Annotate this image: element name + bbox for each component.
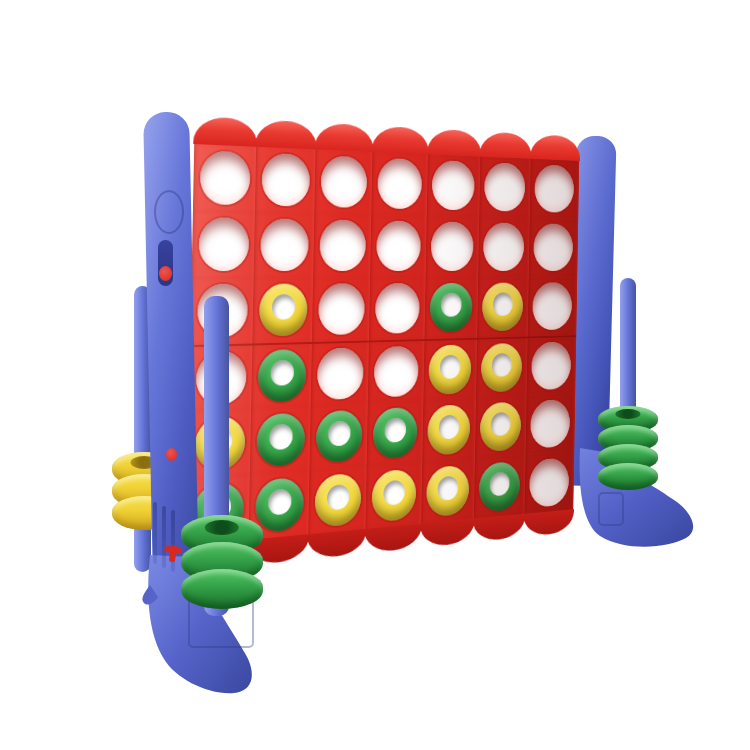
board-edge-bump xyxy=(315,123,374,152)
empty-hole xyxy=(198,217,249,271)
cell-r4c6 xyxy=(476,336,528,398)
cell-r3c5 xyxy=(424,277,478,339)
green-ring-piece xyxy=(256,412,305,467)
cell-r2c4 xyxy=(370,215,426,278)
empty-hole xyxy=(377,158,422,210)
cell-r4c3 xyxy=(311,340,369,406)
empty-hole xyxy=(432,160,475,211)
yellow-ring-piece xyxy=(426,464,469,517)
left-leg-groove xyxy=(162,506,166,568)
cell-r5c2 xyxy=(250,406,311,474)
empty-hole xyxy=(199,151,250,206)
board-edge-bump xyxy=(193,116,257,147)
empty-hole xyxy=(484,163,526,212)
red-knob-lower xyxy=(166,448,177,461)
empty-hole xyxy=(319,220,366,272)
empty-hole xyxy=(483,223,525,272)
cell-r3c2 xyxy=(253,277,314,343)
cell-r3c7 xyxy=(528,277,578,336)
yellow-ring-piece xyxy=(314,472,361,527)
yellow-ring-piece xyxy=(259,284,308,337)
green-ring-piece xyxy=(479,461,521,513)
cell-r1c5 xyxy=(426,154,480,217)
board-grid xyxy=(186,144,579,546)
left-leg-oval-recess xyxy=(154,190,184,234)
empty-hole xyxy=(431,222,474,272)
yellow-ring-piece xyxy=(428,344,471,395)
empty-hole xyxy=(374,346,419,398)
cell-r3c4 xyxy=(369,277,425,340)
cell-r1c7 xyxy=(530,159,580,219)
yellow-ring-piece xyxy=(427,404,470,456)
cell-r1c4 xyxy=(372,152,428,216)
board-edge-bump xyxy=(530,134,580,161)
left-leg-groove xyxy=(171,510,175,572)
red-knob-upper xyxy=(159,266,172,281)
product-photo-giant-connect-four xyxy=(0,0,750,750)
empty-hole xyxy=(320,156,367,209)
yellow-ring-piece xyxy=(481,343,523,393)
green-spare-ring xyxy=(181,569,263,609)
green-spare-ring xyxy=(598,463,658,490)
cell-r2c6 xyxy=(478,217,530,277)
cell-r1c2 xyxy=(255,147,316,214)
board-edge-bump xyxy=(427,129,482,157)
cell-r2c1 xyxy=(192,211,255,278)
cell-r1c6 xyxy=(479,157,531,218)
cell-r1c3 xyxy=(315,149,373,214)
left-leg-groove xyxy=(153,502,157,564)
cell-r4c4 xyxy=(368,339,424,403)
connect-four-board xyxy=(186,116,580,572)
green-ring-piece xyxy=(430,283,473,333)
stack-left-front-post xyxy=(181,515,263,609)
yellow-ring-piece xyxy=(371,468,416,522)
empty-hole xyxy=(260,219,309,272)
cell-r6c3 xyxy=(308,466,366,534)
cell-r4c7 xyxy=(527,335,577,395)
stack-right-post xyxy=(598,406,658,490)
board-edge-bump xyxy=(255,119,317,149)
cell-r4c5 xyxy=(423,337,477,400)
empty-hole xyxy=(317,347,364,400)
empty-hole xyxy=(534,224,574,272)
cell-r2c2 xyxy=(254,212,315,277)
empty-hole xyxy=(529,457,569,508)
cell-r3c3 xyxy=(312,277,370,341)
empty-hole xyxy=(535,165,575,214)
empty-hole xyxy=(318,283,365,335)
green-ring-piece xyxy=(316,409,363,463)
cell-r2c7 xyxy=(529,218,579,277)
board-edge-bump xyxy=(479,131,531,159)
cell-r5c7 xyxy=(525,393,575,455)
cell-r6c4 xyxy=(366,462,422,529)
green-ring-piece xyxy=(373,406,418,459)
green-ring-piece xyxy=(257,349,306,403)
cell-r5c3 xyxy=(310,403,368,470)
empty-hole xyxy=(376,221,421,272)
yellow-ring-piece xyxy=(480,401,522,452)
empty-hole xyxy=(532,282,572,330)
board-edge-bump xyxy=(372,126,429,155)
cell-r3c6 xyxy=(477,277,529,337)
right-foot-recess xyxy=(598,492,624,526)
cell-r2c5 xyxy=(425,216,479,277)
board-edge-bump xyxy=(472,514,525,542)
cell-r4c2 xyxy=(251,342,312,409)
cell-r6c6 xyxy=(474,455,526,519)
empty-hole xyxy=(261,153,310,207)
empty-hole xyxy=(375,283,420,334)
cell-r6c7 xyxy=(524,451,574,514)
cell-r5c6 xyxy=(475,395,527,458)
empty-hole xyxy=(531,341,571,390)
cell-r6c5 xyxy=(421,458,475,523)
cell-r2c3 xyxy=(313,213,371,277)
empty-hole xyxy=(530,399,570,449)
cell-r1c1 xyxy=(193,144,256,212)
cell-r5c4 xyxy=(367,400,423,466)
cell-r5c5 xyxy=(422,398,476,462)
yellow-ring-piece xyxy=(482,283,524,332)
